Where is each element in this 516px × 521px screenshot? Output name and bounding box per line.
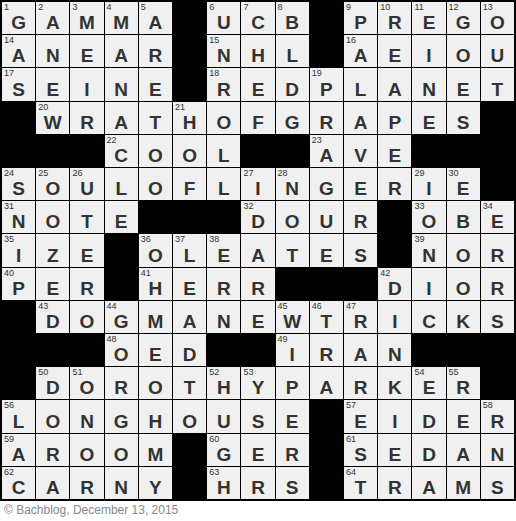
cell-letter: D <box>378 279 411 298</box>
cell-letter: H <box>139 412 172 431</box>
cell-letter: H <box>173 113 206 132</box>
grid-cell: E <box>139 68 172 100</box>
grid-cell: A <box>344 334 377 366</box>
grid-cell: E <box>139 334 172 366</box>
cell-letter: W <box>36 113 69 132</box>
grid-cell: D <box>412 434 445 466</box>
cell-letter: T <box>481 80 514 99</box>
clue-number: 38 <box>209 234 219 245</box>
grid-cell: T <box>173 367 206 399</box>
grid-cell: A <box>105 35 138 67</box>
grid-cell: 2A <box>36 2 69 34</box>
cell-letter: S <box>2 80 35 99</box>
black-cell <box>310 400 343 432</box>
grid-cell: N <box>36 35 69 67</box>
cell-letter: R <box>310 345 343 364</box>
cell-letter: K <box>378 378 411 397</box>
grid-cell: M <box>139 434 172 466</box>
cell-letter: R <box>447 378 480 397</box>
cell-letter: S <box>276 478 309 497</box>
cell-letter: I <box>378 312 411 331</box>
cell-letter: P <box>310 80 343 99</box>
cell-letter: A <box>105 113 138 132</box>
grid-cell: Y <box>139 467 172 499</box>
grid-cell: 41H <box>139 268 172 300</box>
cell-letter: Z <box>36 246 69 265</box>
black-cell <box>412 135 445 167</box>
cell-letter: O <box>139 378 172 397</box>
grid-cell: S <box>344 234 377 266</box>
cell-letter: P <box>344 13 377 32</box>
cell-letter: R <box>481 412 514 431</box>
grid-cell: E <box>70 234 103 266</box>
grid-cell: R <box>344 367 377 399</box>
grid-cell: 46T <box>310 301 343 333</box>
grid-cell: G <box>105 400 138 432</box>
grid-cell: R <box>36 434 69 466</box>
grid-cell: N <box>412 68 445 100</box>
grid-cell: R <box>481 234 514 266</box>
black-cell <box>173 35 206 67</box>
cell-letter: M <box>447 478 480 497</box>
grid-cell: M <box>447 467 480 499</box>
grid-cell: O <box>139 135 172 167</box>
cell-letter: T <box>70 212 103 231</box>
crossword-page: 1G2A3M4M5A6U7C8B9P10R11E12G13O14ANEAR15N… <box>0 0 516 521</box>
grid-cell: 19P <box>310 68 343 100</box>
black-cell <box>2 135 35 167</box>
cell-letter: T <box>344 478 377 497</box>
grid-cell: R <box>105 367 138 399</box>
cell-letter: O <box>207 113 240 132</box>
black-cell <box>276 268 309 300</box>
grid-cell: O <box>447 35 480 67</box>
grid-cell: D <box>412 400 445 432</box>
cell-letter: D <box>412 445 445 464</box>
cell-letter: R <box>70 113 103 132</box>
cell-letter: U <box>207 13 240 32</box>
black-cell <box>36 334 69 366</box>
grid-cell: G <box>276 102 309 134</box>
grid-cell: E <box>378 35 411 67</box>
cell-letter: U <box>70 179 103 198</box>
cell-letter: I <box>276 345 309 364</box>
black-cell <box>378 201 411 233</box>
cell-letter: G <box>447 13 480 32</box>
grid-cell: 26U <box>70 168 103 200</box>
cell-letter: M <box>105 13 138 32</box>
grid-cell: O <box>70 301 103 333</box>
grid-cell: R <box>481 268 514 300</box>
cell-letter: N <box>207 312 240 331</box>
black-cell <box>447 135 480 167</box>
black-cell <box>2 301 35 333</box>
cell-letter: L <box>2 412 35 431</box>
grid-cell: L <box>276 35 309 67</box>
black-cell <box>70 334 103 366</box>
clue-number: 2 <box>38 2 43 13</box>
cell-letter: N <box>481 445 514 464</box>
grid-cell: N <box>70 400 103 432</box>
cell-letter: O <box>447 279 480 298</box>
grid-cell: 39N <box>412 234 445 266</box>
cell-letter: E <box>447 179 480 198</box>
grid-cell: R <box>378 168 411 200</box>
cell-letter: D <box>36 312 69 331</box>
clue-number: 5 <box>141 2 146 13</box>
cell-letter: E <box>70 246 103 265</box>
grid-cell: E <box>447 400 480 432</box>
cell-letter: S <box>481 312 514 331</box>
grid-cell: 30E <box>447 168 480 200</box>
grid-cell: 64T <box>344 467 377 499</box>
grid-cell: 50D <box>36 367 69 399</box>
black-cell <box>310 35 343 67</box>
grid-cell: O <box>139 168 172 200</box>
grid-cell: E <box>378 135 411 167</box>
cell-letter: R <box>207 80 240 99</box>
clue-number: 3 <box>72 2 77 13</box>
grid-cell: E <box>36 268 69 300</box>
cell-letter: A <box>412 478 445 497</box>
grid-cell: 45W <box>276 301 309 333</box>
cell-letter: I <box>412 179 445 198</box>
cell-letter: A <box>241 246 274 265</box>
grid-cell: E <box>310 234 343 266</box>
cell-letter: L <box>276 46 309 65</box>
cell-letter: R <box>344 378 377 397</box>
cell-letter: R <box>105 378 138 397</box>
black-cell <box>276 135 309 167</box>
cell-letter: S <box>2 179 35 198</box>
cell-letter: U <box>207 412 240 431</box>
cell-letter: A <box>344 46 377 65</box>
cell-letter: E <box>241 80 274 99</box>
cell-letter: O <box>70 445 103 464</box>
black-cell <box>173 467 206 499</box>
cell-letter: N <box>70 412 103 431</box>
grid-cell: 61S <box>344 434 377 466</box>
cell-letter: P <box>276 378 309 397</box>
grid-cell: 6U <box>207 2 240 34</box>
grid-cell: 43D <box>36 301 69 333</box>
black-cell <box>378 234 411 266</box>
cell-letter: U <box>310 212 343 231</box>
clue-number: 19 <box>312 68 322 79</box>
grid-cell: N <box>378 334 411 366</box>
cell-letter: R <box>481 279 514 298</box>
cell-letter: Y <box>139 478 172 497</box>
cell-letter: I <box>70 80 103 99</box>
grid-cell: 14A <box>2 35 35 67</box>
grid-cell: H <box>139 400 172 432</box>
grid-cell: 17S <box>2 68 35 100</box>
grid-cell: 38E <box>207 234 240 266</box>
black-cell <box>173 434 206 466</box>
cell-letter: E <box>173 279 206 298</box>
cell-letter: E <box>139 80 172 99</box>
grid-cell: 29I <box>412 168 445 200</box>
cell-letter: C <box>105 146 138 165</box>
cell-letter: N <box>2 212 35 231</box>
grid-cell: R <box>276 434 309 466</box>
black-cell <box>139 201 172 233</box>
grid-cell: 5A <box>139 2 172 34</box>
cell-letter: W <box>276 312 309 331</box>
black-cell <box>412 334 445 366</box>
cell-letter: S <box>481 478 514 497</box>
cell-letter: T <box>276 246 309 265</box>
grid-cell: 16A <box>344 35 377 67</box>
cell-letter: T <box>310 312 343 331</box>
grid-cell: 54E <box>412 367 445 399</box>
grid-cell: U <box>310 201 343 233</box>
grid-cell: E <box>412 102 445 134</box>
cell-letter: E <box>412 378 445 397</box>
clue-number: 41 <box>141 268 151 279</box>
grid-cell: 18R <box>207 68 240 100</box>
grid-cell: 23A <box>310 135 343 167</box>
grid-cell: I <box>412 35 445 67</box>
cell-letter: A <box>2 46 35 65</box>
clue-number: 59 <box>4 434 14 445</box>
grid-cell: S <box>241 400 274 432</box>
cell-letter: L <box>207 179 240 198</box>
grid-cell: 15N <box>207 35 240 67</box>
black-cell <box>481 334 514 366</box>
grid-cell: 8B <box>276 2 309 34</box>
clue-number: 17 <box>4 68 14 79</box>
cell-letter: U <box>481 46 514 65</box>
grid-cell: A <box>412 467 445 499</box>
cell-letter: V <box>344 146 377 165</box>
cell-letter: I <box>412 279 445 298</box>
cell-letter: E <box>276 412 309 431</box>
cell-letter: R <box>344 312 377 331</box>
grid-cell: O <box>139 367 172 399</box>
cell-letter: E <box>412 13 445 32</box>
clue-number: 1 <box>4 2 9 13</box>
grid-cell: 25O <box>36 168 69 200</box>
grid-cell: E <box>173 268 206 300</box>
grid-cell: D <box>276 68 309 100</box>
cell-letter: E <box>241 445 274 464</box>
cell-letter: E <box>310 246 343 265</box>
cell-letter: N <box>276 179 309 198</box>
cell-letter: O <box>139 146 172 165</box>
grid-cell: L <box>105 168 138 200</box>
cell-letter: A <box>310 378 343 397</box>
grid-cell: 62C <box>2 467 35 499</box>
grid-cell: 35I <box>2 234 35 266</box>
grid-cell: 34E <box>481 201 514 233</box>
grid-cell: O <box>173 135 206 167</box>
grid-cell: 51O <box>70 367 103 399</box>
cell-letter: M <box>139 445 172 464</box>
cell-letter: R <box>70 478 103 497</box>
grid-cell: O <box>105 434 138 466</box>
cell-letter: G <box>276 113 309 132</box>
grid-cell: P <box>276 367 309 399</box>
black-cell <box>310 434 343 466</box>
clue-number: 60 <box>209 434 219 445</box>
cell-letter: E <box>139 345 172 364</box>
grid-cell: E <box>344 168 377 200</box>
grid-cell: L <box>207 168 240 200</box>
grid-cell: 58R <box>481 400 514 432</box>
grid-cell: F <box>173 168 206 200</box>
clue-number: 8 <box>278 2 283 13</box>
grid-cell: 36O <box>139 234 172 266</box>
black-cell <box>173 201 206 233</box>
grid-cell: T <box>139 102 172 134</box>
black-cell <box>481 367 514 399</box>
black-cell <box>310 2 343 34</box>
grid-cell: 44G <box>105 301 138 333</box>
cell-letter: O <box>105 345 138 364</box>
grid-cell: R <box>241 268 274 300</box>
cell-letter: A <box>173 312 206 331</box>
grid-cell: I <box>378 301 411 333</box>
clue-number: 36 <box>141 234 151 245</box>
cell-letter: L <box>173 246 206 265</box>
cell-letter: O <box>412 212 445 231</box>
grid-cell: R <box>207 268 240 300</box>
cell-letter: O <box>276 212 309 231</box>
grid-cell: K <box>447 301 480 333</box>
cell-letter: E <box>344 412 377 431</box>
cell-letter: O <box>105 445 138 464</box>
cell-letter: E <box>36 80 69 99</box>
grid-cell: A <box>36 467 69 499</box>
grid-cell: R <box>70 268 103 300</box>
grid-cell: 40P <box>2 268 35 300</box>
grid-cell: R <box>241 467 274 499</box>
grid-cell: E <box>378 434 411 466</box>
grid-cell: R <box>310 102 343 134</box>
cell-letter: A <box>447 445 480 464</box>
cell-letter: E <box>378 445 411 464</box>
black-cell <box>481 168 514 200</box>
grid-cell: O <box>276 201 309 233</box>
cell-letter: R <box>70 279 103 298</box>
clue-number: 56 <box>4 400 14 411</box>
clue-number: 4 <box>107 2 112 13</box>
cell-letter: L <box>105 179 138 198</box>
grid-cell: O <box>36 201 69 233</box>
clue-number: 57 <box>346 400 356 411</box>
black-cell <box>481 135 514 167</box>
grid-cell: T <box>70 201 103 233</box>
grid-cell: N <box>207 301 240 333</box>
grid-cell: 22C <box>105 135 138 167</box>
clue-number: 20 <box>38 102 48 113</box>
grid-cell: A <box>310 367 343 399</box>
clue-number: 40 <box>4 268 14 279</box>
grid-cell: 37L <box>173 234 206 266</box>
grid-cell: O <box>207 102 240 134</box>
cell-letter: R <box>310 113 343 132</box>
grid-cell: 56L <box>2 400 35 432</box>
grid-cell: 32D <box>241 201 274 233</box>
cell-letter: E <box>447 412 480 431</box>
cell-letter: R <box>481 246 514 265</box>
cell-letter: G <box>105 412 138 431</box>
grid-cell: I <box>412 268 445 300</box>
grid-cell: 11E <box>412 2 445 34</box>
grid-cell: F <box>241 102 274 134</box>
grid-cell: 13O <box>481 2 514 34</box>
cell-letter: R <box>36 445 69 464</box>
cell-letter: E <box>481 212 514 231</box>
grid-cell: 52H <box>207 367 240 399</box>
grid-cell: D <box>173 334 206 366</box>
grid-cell: I <box>378 400 411 432</box>
cell-letter: I <box>412 46 445 65</box>
cell-letter: N <box>412 246 445 265</box>
clue-number: 61 <box>346 434 356 445</box>
cell-letter: N <box>412 80 445 99</box>
cell-letter: I <box>378 412 411 431</box>
cell-letter: R <box>139 46 172 65</box>
cell-letter: R <box>378 179 411 198</box>
grid-cell: 55R <box>447 367 480 399</box>
grid-cell: 27I <box>241 168 274 200</box>
cell-letter: N <box>105 80 138 99</box>
grid-cell: 57E <box>344 400 377 432</box>
grid-cell: 12G <box>447 2 480 34</box>
clue-number: 58 <box>483 400 493 411</box>
cell-letter: S <box>447 113 480 132</box>
black-cell <box>173 68 206 100</box>
cell-letter: I <box>241 179 274 198</box>
clue-number: 18 <box>209 68 219 79</box>
grid-cell: O <box>447 268 480 300</box>
cell-letter: A <box>105 46 138 65</box>
cell-letter: R <box>241 478 274 497</box>
cell-letter: O <box>139 179 172 198</box>
cell-letter: G <box>310 179 343 198</box>
grid-cell: I <box>70 68 103 100</box>
cell-letter: A <box>2 445 35 464</box>
clue-number: 7 <box>243 2 248 13</box>
grid-cell: 42D <box>378 268 411 300</box>
cell-letter: A <box>344 113 377 132</box>
cell-letter: A <box>378 80 411 99</box>
cell-letter: N <box>378 345 411 364</box>
black-cell <box>241 135 274 167</box>
crossword-grid: 1G2A3M4M5A6U7C8B9P10R11E12G13O14ANEAR15N… <box>0 0 516 501</box>
black-cell <box>2 102 35 134</box>
clue-number: 35 <box>4 234 14 245</box>
cell-letter: O <box>70 378 103 397</box>
cell-letter: K <box>447 312 480 331</box>
black-cell <box>310 467 343 499</box>
grid-cell: 1G <box>2 2 35 34</box>
cell-letter: R <box>207 279 240 298</box>
grid-cell: 9P <box>344 2 377 34</box>
grid-cell: 3M <box>70 2 103 34</box>
grid-cell: R <box>70 102 103 134</box>
clue-number: 27 <box>243 168 253 179</box>
cell-letter: L <box>207 146 240 165</box>
cell-letter: T <box>173 378 206 397</box>
grid-cell: Z <box>36 234 69 266</box>
cell-letter: O <box>447 246 480 265</box>
grid-cell: A <box>105 102 138 134</box>
cell-letter: E <box>378 46 411 65</box>
cell-letter: D <box>412 412 445 431</box>
